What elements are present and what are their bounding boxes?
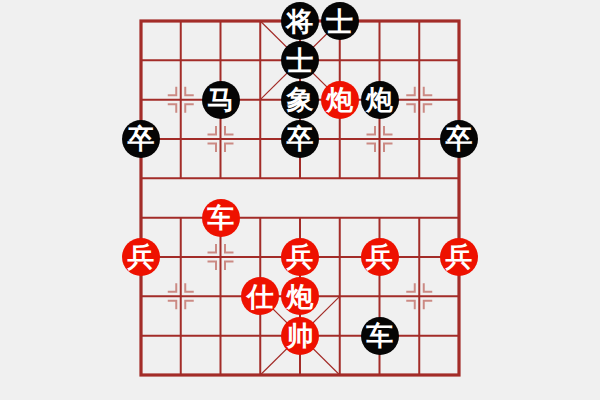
piece-red-cannon[interactable]: 炮 [281, 277, 319, 315]
piece-red-advisor[interactable]: 仕 [241, 277, 279, 315]
xiangqi-board[interactable]: 将士士马象炮炮卒卒卒车兵兵兵兵仕炮帅车 [0, 0, 600, 400]
piece-black-advisor[interactable]: 士 [281, 41, 319, 79]
piece-black-pawn[interactable]: 卒 [440, 120, 478, 158]
piece-black-pawn[interactable]: 卒 [122, 120, 160, 158]
piece-black-advisor[interactable]: 士 [321, 2, 359, 40]
piece-red-pawn[interactable]: 兵 [281, 238, 319, 276]
piece-black-general[interactable]: 将 [281, 2, 319, 40]
piece-black-chariot[interactable]: 车 [361, 317, 399, 355]
piece-black-pawn[interactable]: 卒 [281, 120, 319, 158]
piece-red-cannon[interactable]: 炮 [321, 81, 359, 119]
pieces-layer: 将士士马象炮炮卒卒卒车兵兵兵兵仕炮帅车 [0, 0, 600, 400]
piece-black-horse[interactable]: 马 [202, 81, 240, 119]
piece-black-elephant[interactable]: 象 [281, 81, 319, 119]
piece-red-general[interactable]: 帅 [281, 317, 319, 355]
piece-red-pawn[interactable]: 兵 [122, 238, 160, 276]
piece-red-pawn[interactable]: 兵 [440, 238, 478, 276]
piece-red-pawn[interactable]: 兵 [361, 238, 399, 276]
piece-red-chariot[interactable]: 车 [202, 199, 240, 237]
piece-black-cannon[interactable]: 炮 [361, 81, 399, 119]
